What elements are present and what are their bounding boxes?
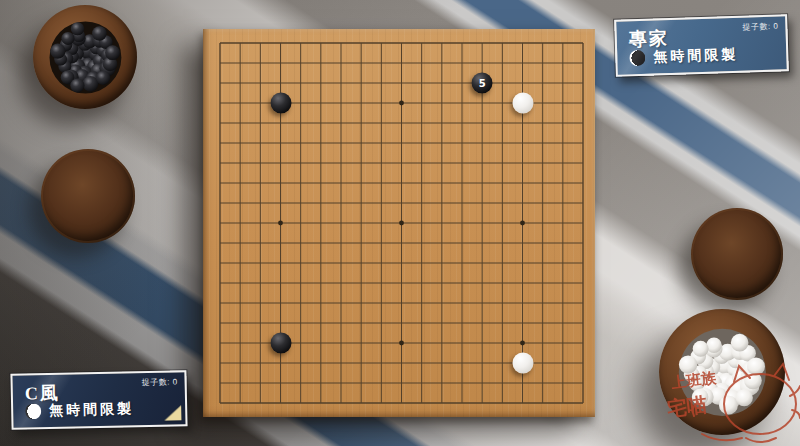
turn-indicator-triangle: [164, 405, 181, 420]
move-number-label: 5: [479, 78, 486, 88]
go-stone-white-Q16: [512, 93, 533, 114]
bowl-lid-right: [691, 208, 783, 300]
go-stone-black-D4: [270, 333, 291, 354]
captures-count-white: 提子數: 0: [142, 376, 178, 388]
white-stones-bowl: [659, 309, 785, 435]
time-row-black: 無時間限製: [629, 46, 739, 67]
black-stone-icon: [629, 50, 645, 66]
go-board[interactable]: 5: [203, 29, 595, 417]
board-grid[interactable]: 5: [220, 43, 583, 403]
black-stones-pile: [48, 20, 123, 95]
time-label-white: 無時間限製: [49, 400, 134, 420]
time-row-white: 無時間限製: [25, 400, 134, 420]
go-game-scene: 5 專家 提子數: 0 無時間限製 C風 提子數: 0 無時間限製: [0, 0, 800, 446]
go-stone-black-D16: [270, 93, 291, 114]
white-stones-pile: [677, 327, 768, 418]
stones-layer: 5: [220, 43, 583, 403]
white-stone-icon: [25, 403, 41, 419]
time-label-black: 無時間限製: [653, 46, 739, 67]
player-panel-white: C風 提子數: 0 無時間限製: [10, 370, 187, 430]
black-stones-bowl: [33, 5, 137, 109]
go-stone-white-Q3: [512, 353, 533, 374]
go-stone-black-O17: 5: [472, 73, 493, 94]
player-panel-black: 專家 提子數: 0 無時間限製: [614, 14, 789, 76]
bowl-lid-left: [41, 149, 135, 243]
captures-count-black: 提子數: 0: [742, 21, 778, 33]
